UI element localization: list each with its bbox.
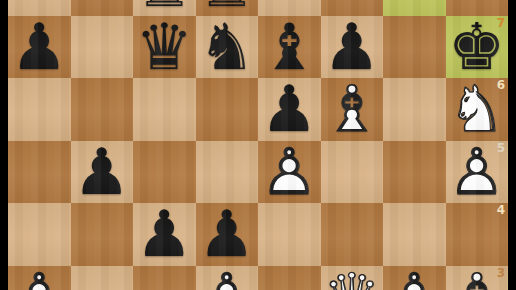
wood-grain-overlay (321, 203, 384, 266)
piece-outline-glyph: ♗ (321, 78, 384, 141)
black-pawn-a7[interactable]: ♟ (8, 16, 71, 79)
wood-grain-overlay (258, 266, 321, 290)
square-g7[interactable] (383, 16, 446, 79)
square-f6[interactable]: ♝♗ (321, 78, 384, 141)
rank-label-7: 7 (497, 17, 505, 29)
square-d4[interactable]: ♟ (196, 203, 259, 266)
square-f3[interactable]: ♛♕ (321, 266, 384, 290)
wood-grain-overlay (8, 141, 71, 204)
wood-grain-overlay (133, 141, 196, 204)
board: ♜♜♟♛♞♝♟♚7♟♝♗♞♘6♟♟♙♟♙5♟♟4♟♙♟♙♛♕♟♙♝♗3 (8, 0, 508, 290)
black-knight-d7[interactable]: ♞ (196, 16, 259, 79)
black-queen-c7[interactable]: ♛ (133, 16, 196, 79)
wood-grain-overlay (383, 141, 446, 204)
square-e7[interactable]: ♝ (258, 16, 321, 79)
rank-label-5: 5 (497, 142, 505, 154)
white-pawn-d3[interactable]: ♟♙ (196, 266, 259, 290)
piece-outline-glyph: ♕ (321, 266, 384, 290)
square-f7[interactable]: ♟ (321, 16, 384, 79)
wood-grain-overlay (258, 203, 321, 266)
square-g6[interactable] (383, 78, 446, 141)
wood-grain-overlay (196, 78, 259, 141)
square-e3[interactable] (258, 266, 321, 290)
rank-label-3: 3 (497, 267, 505, 279)
wood-grain-overlay (71, 16, 134, 79)
square-a7[interactable]: ♟ (8, 16, 71, 79)
wood-grain-overlay (383, 203, 446, 266)
square-f4[interactable] (321, 203, 384, 266)
square-d3[interactable]: ♟♙ (196, 266, 259, 290)
wood-grain-overlay (71, 266, 134, 290)
piece-outline-glyph: ♙ (8, 266, 71, 290)
wood-grain-overlay (383, 78, 446, 141)
square-h7[interactable]: ♚7 (446, 16, 509, 79)
square-e6[interactable]: ♟ (258, 78, 321, 141)
white-pawn-a3[interactable]: ♟♙ (8, 266, 71, 290)
square-c7[interactable]: ♛ (133, 16, 196, 79)
square-b4[interactable] (71, 203, 134, 266)
piece-glyph: ♟ (133, 203, 196, 266)
square-d7[interactable]: ♞ (196, 16, 259, 79)
wood-grain-overlay (196, 141, 259, 204)
black-bishop-e7[interactable]: ♝ (258, 16, 321, 79)
wood-grain-overlay (383, 0, 446, 16)
black-pawn-e6[interactable]: ♟ (258, 78, 321, 141)
black-pawn-b5[interactable]: ♟ (71, 141, 134, 204)
rank-label-4: 4 (497, 204, 505, 216)
piece-glyph: ♟ (71, 141, 134, 204)
wood-grain-overlay (8, 78, 71, 141)
black-pawn-f7[interactable]: ♟ (321, 16, 384, 79)
piece-outline-glyph: ♙ (383, 266, 446, 290)
piece-glyph: ♟ (8, 16, 71, 79)
letterbox-right (508, 0, 516, 290)
wood-grain-overlay (71, 0, 134, 16)
square-a5[interactable] (8, 141, 71, 204)
square-d6[interactable] (196, 78, 259, 141)
square-g8[interactable] (383, 0, 446, 16)
white-queen-f3[interactable]: ♛♕ (321, 266, 384, 290)
square-b7[interactable] (71, 16, 134, 79)
square-a6[interactable] (8, 78, 71, 141)
square-b6[interactable] (71, 78, 134, 141)
square-a3[interactable]: ♟♙ (8, 266, 71, 290)
square-b3[interactable] (71, 266, 134, 290)
wood-grain-overlay (321, 141, 384, 204)
square-e4[interactable] (258, 203, 321, 266)
square-c5[interactable] (133, 141, 196, 204)
square-c4[interactable]: ♟ (133, 203, 196, 266)
piece-glyph: ♞ (196, 16, 259, 79)
white-bishop-f6[interactable]: ♝♗ (321, 78, 384, 141)
square-b5[interactable]: ♟ (71, 141, 134, 204)
square-b8[interactable] (71, 0, 134, 16)
black-pawn-d4[interactable]: ♟ (196, 203, 259, 266)
piece-glyph: ♝ (258, 16, 321, 79)
wood-grain-overlay (133, 78, 196, 141)
square-d5[interactable] (196, 141, 259, 204)
piece-glyph: ♟ (258, 78, 321, 141)
square-g3[interactable]: ♟♙ (383, 266, 446, 290)
piece-glyph: ♟ (196, 203, 259, 266)
square-e5[interactable]: ♟♙ (258, 141, 321, 204)
white-pawn-e5[interactable]: ♟♙ (258, 141, 321, 204)
square-c6[interactable] (133, 78, 196, 141)
letterbox-left (0, 0, 8, 290)
square-g5[interactable] (383, 141, 446, 204)
piece-glyph: ♟ (321, 16, 384, 79)
square-h3[interactable]: ♝♗3 (446, 266, 509, 290)
wood-grain-overlay (71, 203, 134, 266)
black-pawn-c4[interactable]: ♟ (133, 203, 196, 266)
square-g4[interactable] (383, 203, 446, 266)
square-h4[interactable]: 4 (446, 203, 509, 266)
square-h6[interactable]: ♞♘6 (446, 78, 509, 141)
chess-board-frame: ♜♜♟♛♞♝♟♚7♟♝♗♞♘6♟♟♙♟♙5♟♟4♟♙♟♙♛♕♟♙♝♗3 (0, 0, 516, 290)
wood-grain-overlay (71, 78, 134, 141)
piece-glyph: ♛ (133, 16, 196, 79)
piece-outline-glyph: ♙ (196, 266, 259, 290)
square-a4[interactable] (8, 203, 71, 266)
piece-outline-glyph: ♙ (258, 141, 321, 204)
square-f5[interactable] (321, 141, 384, 204)
white-pawn-g3[interactable]: ♟♙ (383, 266, 446, 290)
wood-grain-overlay (383, 16, 446, 79)
square-h5[interactable]: ♟♙5 (446, 141, 509, 204)
rank-label-6: 6 (497, 79, 505, 91)
wood-grain-overlay (8, 203, 71, 266)
